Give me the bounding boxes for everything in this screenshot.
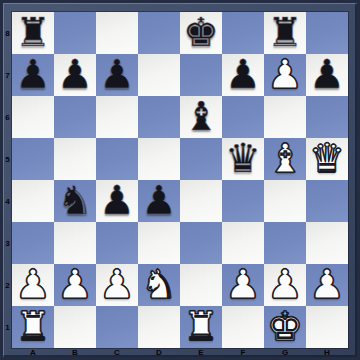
square-h5[interactable]: ♛ [306,138,348,180]
piece-white-rook[interactable]: ♜ [15,306,51,346]
square-e7[interactable] [180,54,222,96]
file-label-a: A [12,348,54,357]
piece-black-queen[interactable]: ♛ [225,138,261,178]
square-c6[interactable] [96,96,138,138]
square-a4[interactable] [12,180,54,222]
square-e6[interactable]: ♝ [180,96,222,138]
square-e1[interactable]: ♜ [180,306,222,348]
square-h4[interactable] [306,180,348,222]
piece-white-pawn[interactable]: ♟ [309,264,345,304]
square-d3[interactable] [138,222,180,264]
square-d7[interactable] [138,54,180,96]
square-f3[interactable] [222,222,264,264]
square-f1[interactable] [222,306,264,348]
square-c5[interactable] [96,138,138,180]
square-g4[interactable] [264,180,306,222]
square-f6[interactable] [222,96,264,138]
piece-white-king[interactable]: ♚ [267,306,303,346]
file-labels: ABCDEFGH [12,348,348,357]
square-d5[interactable] [138,138,180,180]
square-c1[interactable] [96,306,138,348]
square-d8[interactable] [138,12,180,54]
square-c2[interactable]: ♟ [96,264,138,306]
piece-white-bishop[interactable]: ♝ [267,138,303,178]
square-b4[interactable]: ♞ [54,180,96,222]
square-d1[interactable] [138,306,180,348]
piece-black-pawn[interactable]: ♟ [99,54,135,94]
piece-black-king[interactable]: ♚ [183,12,219,52]
square-c3[interactable] [96,222,138,264]
square-d4[interactable]: ♟ [138,180,180,222]
square-h1[interactable] [306,306,348,348]
piece-white-pawn[interactable]: ♟ [267,264,303,304]
file-label-c: C [96,348,138,357]
square-a2[interactable]: ♟ [12,264,54,306]
square-g1[interactable]: ♚ [264,306,306,348]
square-c7[interactable]: ♟ [96,54,138,96]
file-label-g: G [264,348,306,357]
piece-black-bishop[interactable]: ♝ [183,96,219,136]
square-b8[interactable] [54,12,96,54]
rank-label-5: 5 [3,138,12,180]
file-label-b: B [54,348,96,357]
file-label-f: F [222,348,264,357]
piece-black-knight[interactable]: ♞ [57,180,93,220]
square-g6[interactable] [264,96,306,138]
file-label-e: E [180,348,222,357]
square-e2[interactable] [180,264,222,306]
rank-label-1: 1 [3,306,12,348]
piece-black-pawn[interactable]: ♟ [15,54,51,94]
rank-label-7: 7 [3,54,12,96]
square-f7[interactable]: ♟ [222,54,264,96]
square-h8[interactable] [306,12,348,54]
square-e3[interactable] [180,222,222,264]
file-label-h: H [306,348,348,357]
piece-white-pawn[interactable]: ♟ [225,264,261,304]
square-f2[interactable]: ♟ [222,264,264,306]
square-a3[interactable] [12,222,54,264]
square-g2[interactable]: ♟ [264,264,306,306]
piece-white-pawn[interactable]: ♟ [99,264,135,304]
piece-white-pawn[interactable]: ♟ [15,264,51,304]
square-b2[interactable]: ♟ [54,264,96,306]
square-g3[interactable] [264,222,306,264]
square-g5[interactable]: ♝ [264,138,306,180]
piece-black-rook[interactable]: ♜ [267,12,303,52]
rank-label-6: 6 [3,96,12,138]
square-b6[interactable] [54,96,96,138]
square-a8[interactable]: ♜ [12,12,54,54]
piece-white-pawn[interactable]: ♟ [267,54,303,94]
piece-white-queen[interactable]: ♛ [309,138,345,178]
square-h2[interactable]: ♟ [306,264,348,306]
piece-black-pawn[interactable]: ♟ [225,54,261,94]
piece-white-pawn[interactable]: ♟ [57,264,93,304]
piece-black-rook[interactable]: ♜ [15,12,51,52]
square-e8[interactable]: ♚ [180,12,222,54]
square-d6[interactable] [138,96,180,138]
square-a5[interactable] [12,138,54,180]
square-b7[interactable]: ♟ [54,54,96,96]
rank-label-2: 2 [3,264,12,306]
piece-white-knight[interactable]: ♞ [141,264,177,304]
square-h7[interactable]: ♟ [306,54,348,96]
square-f8[interactable] [222,12,264,54]
rank-label-8: 8 [3,12,12,54]
piece-black-pawn[interactable]: ♟ [99,180,135,220]
square-c4[interactable]: ♟ [96,180,138,222]
rank-label-4: 4 [3,180,12,222]
square-f5[interactable]: ♛ [222,138,264,180]
piece-black-pawn[interactable]: ♟ [309,54,345,94]
square-b1[interactable] [54,306,96,348]
square-e4[interactable] [180,180,222,222]
rank-labels: 87654321 [3,12,12,348]
square-c8[interactable] [96,12,138,54]
piece-black-pawn[interactable]: ♟ [57,54,93,94]
square-d2[interactable]: ♞ [138,264,180,306]
square-b3[interactable] [54,222,96,264]
square-g7[interactable]: ♟ [264,54,306,96]
square-h6[interactable] [306,96,348,138]
board-frame: 87654321 ♜♚♜♟♟♟♟♟♟♝♛♝♛♞♟♟♟♟♟♞♟♟♟♜♜♚ ABCD… [0,0,360,360]
square-a6[interactable] [12,96,54,138]
square-b5[interactable] [54,138,96,180]
piece-black-pawn[interactable]: ♟ [141,180,177,220]
rank-label-3: 3 [3,222,12,264]
square-g8[interactable]: ♜ [264,12,306,54]
piece-white-rook[interactable]: ♜ [183,306,219,346]
square-f4[interactable] [222,180,264,222]
square-a7[interactable]: ♟ [12,54,54,96]
square-a1[interactable]: ♜ [12,306,54,348]
file-label-d: D [138,348,180,357]
square-e5[interactable] [180,138,222,180]
square-h3[interactable] [306,222,348,264]
chess-board: ♜♚♜♟♟♟♟♟♟♝♛♝♛♞♟♟♟♟♟♞♟♟♟♜♜♚ [12,12,348,348]
